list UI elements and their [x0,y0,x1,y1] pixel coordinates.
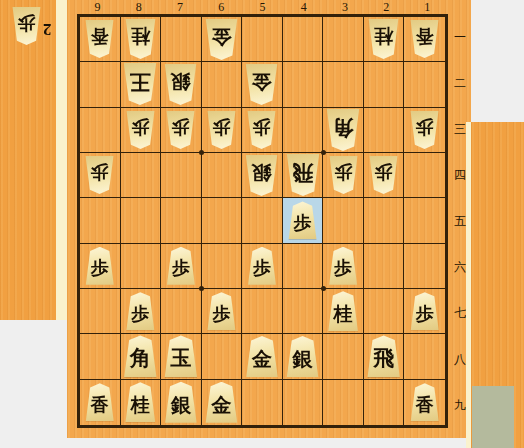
piece-sente-gold[interactable]: 金 [244,336,279,377]
square-9-6[interactable]: 歩 [80,244,121,289]
piece-kanji: 歩 [416,118,434,136]
square-5-8[interactable]: 金 [242,334,283,379]
piece-kanji: 角 [333,117,354,138]
piece-kanji: 香 [91,28,109,46]
square-1-1[interactable]: 香 [404,17,445,62]
square-1-8[interactable] [404,334,445,379]
piece-sente-lance[interactable]: 香 [84,383,115,421]
gote-hand-count: 2 [43,19,52,39]
square-9-7[interactable] [80,289,121,334]
square-2-7[interactable] [364,289,405,334]
square-1-9[interactable]: 香 [404,380,445,425]
square-4-5[interactable]: 歩 [283,198,324,243]
shogi-app-window: 987654321 一二三四五六七八九 香桂金桂香王銀金歩歩歩歩角歩歩銀飛歩歩歩… [0,0,524,448]
square-8-8[interactable]: 角 [121,334,162,379]
piece-kanji: 歩 [18,15,36,33]
piece-kanji: 歩 [131,305,149,323]
piece-sente-silver[interactable]: 銀 [163,382,198,423]
square-8-4[interactable] [121,153,162,198]
piece-kanji: 桂 [334,304,353,323]
piece-gote-lance[interactable]: 香 [409,20,440,58]
piece-sente-pawn[interactable]: 歩 [328,247,359,285]
square-7-1[interactable] [161,17,202,62]
square-7-7[interactable] [161,289,202,334]
square-3-6[interactable]: 歩 [323,244,364,289]
square-9-5[interactable] [80,198,121,243]
piece-kanji: 銀 [171,72,191,92]
rank-label-2: 二 [450,60,470,106]
square-7-9[interactable]: 銀 [161,380,202,425]
piece-gote-pawn[interactable]: 歩 [11,7,42,45]
piece-kanji: 歩 [334,259,352,277]
square-4-8[interactable]: 銀 [283,334,324,379]
square-3-5[interactable] [323,198,364,243]
square-1-2[interactable] [404,62,445,107]
piece-kanji: 角 [130,348,151,369]
piece-gote-pawn[interactable]: 歩 [328,156,359,194]
square-2-3[interactable] [364,108,405,153]
piece-kanji: 歩 [212,305,230,323]
square-5-1[interactable] [242,17,283,62]
square-2-4[interactable]: 歩 [364,153,405,198]
square-8-7[interactable]: 歩 [121,289,162,334]
piece-kanji: 歩 [375,164,393,182]
square-4-7[interactable] [283,289,324,334]
board-panel: 987654321 一二三四五六七八九 香桂金桂香王銀金歩歩歩歩角歩歩銀飛歩歩歩… [67,0,471,438]
square-4-4[interactable]: 飛 [283,153,324,198]
square-2-6[interactable] [364,244,405,289]
piece-kanji: 歩 [172,259,190,277]
piece-gote-lance[interactable]: 香 [84,20,115,58]
square-1-5[interactable] [404,198,445,243]
square-6-3[interactable]: 歩 [202,108,243,153]
piece-gote-pawn[interactable]: 歩 [165,111,196,149]
square-7-4[interactable] [161,153,202,198]
square-5-7[interactable] [242,289,283,334]
piece-kanji: 桂 [131,395,150,414]
piece-kanji: 歩 [172,118,190,136]
piece-sente-pawn[interactable]: 歩 [84,247,115,285]
square-6-5[interactable] [202,198,243,243]
piece-kanji: 銀 [171,395,191,415]
file-label-9: 9 [77,0,118,14]
piece-kanji: 王 [130,71,151,92]
square-8-1[interactable]: 桂 [121,17,162,62]
piece-kanji: 歩 [416,305,434,323]
file-label-8: 8 [118,0,159,14]
square-8-6[interactable] [121,244,162,289]
piece-sente-bishop[interactable]: 角 [122,335,158,377]
square-3-1[interactable] [323,17,364,62]
square-3-7[interactable]: 桂 [323,289,364,334]
square-7-3[interactable]: 歩 [161,108,202,153]
piece-sente-pawn[interactable]: 歩 [409,292,440,330]
file-labels: 987654321 [77,0,448,14]
piece-gote-pawn[interactable]: 歩 [368,156,399,194]
piece-sente-knight[interactable]: 桂 [124,382,157,422]
piece-kanji: 歩 [253,259,271,277]
piece-sente-pawn[interactable]: 歩 [206,292,237,330]
square-6-6[interactable] [202,244,243,289]
square-7-6[interactable]: 歩 [161,244,202,289]
square-7-5[interactable] [161,198,202,243]
piece-kanji: 歩 [294,214,312,232]
square-6-2[interactable] [202,62,243,107]
gote-hand-tray [0,0,56,320]
square-5-6[interactable]: 歩 [242,244,283,289]
piece-kanji: 金 [252,72,272,92]
piece-gote-bishop[interactable]: 角 [325,109,361,151]
square-5-9[interactable] [242,380,283,425]
square-7-8[interactable]: 玉 [161,334,202,379]
piece-kanji: 金 [211,27,231,47]
square-1-3[interactable]: 歩 [404,108,445,153]
rank-label-1: 一 [450,14,470,60]
square-8-2[interactable]: 王 [121,62,162,107]
piece-sente-pawn[interactable]: 歩 [287,201,318,239]
piece-gote-knight[interactable]: 桂 [124,19,157,59]
file-label-7: 7 [159,0,200,14]
square-6-9[interactable]: 金 [202,380,243,425]
piece-sente-rook[interactable]: 飛 [366,335,402,377]
square-1-6[interactable] [404,244,445,289]
piece-kanji: 飛 [292,162,313,183]
piece-kanji: 歩 [131,118,149,136]
piece-kanji: 香 [416,28,434,46]
square-4-6[interactable] [283,244,324,289]
square-8-5[interactable] [121,198,162,243]
piece-gote-knight[interactable]: 桂 [367,19,400,59]
piece-sente-gold[interactable]: 金 [204,382,239,423]
square-5-5[interactable] [242,198,283,243]
piece-gote-rook[interactable]: 飛 [285,154,321,196]
square-9-4[interactable]: 歩 [80,153,121,198]
piece-sente-pawn[interactable]: 歩 [246,247,277,285]
tray-corner-patch [472,386,514,448]
square-8-3[interactable]: 歩 [121,108,162,153]
square-6-8[interactable] [202,334,243,379]
file-label-3: 3 [324,0,365,14]
square-2-2[interactable] [364,62,405,107]
piece-kanji: 飛 [373,348,394,369]
square-8-9[interactable]: 桂 [121,380,162,425]
piece-kanji: 銀 [293,349,313,369]
piece-kanji: 桂 [131,27,150,46]
piece-sente-knight[interactable]: 桂 [327,291,360,331]
piece-kanji: 香 [91,396,109,414]
square-6-4[interactable] [202,153,243,198]
piece-kanji: 銀 [252,163,272,183]
piece-gote-pawn[interactable]: 歩 [246,111,277,149]
file-label-6: 6 [201,0,242,14]
square-2-5[interactable] [364,198,405,243]
square-1-4[interactable] [404,153,445,198]
piece-gote-silver[interactable]: 銀 [163,64,198,105]
square-9-3[interactable] [80,108,121,153]
piece-gote-pawn[interactable]: 歩 [125,111,156,149]
piece-sente-pawn[interactable]: 歩 [125,292,156,330]
square-9-2[interactable] [80,62,121,107]
piece-gote-king[interactable]: 王 [122,63,158,105]
piece-sente-silver[interactable]: 銀 [285,336,320,377]
square-4-9[interactable] [283,380,324,425]
square-4-1[interactable] [283,17,324,62]
square-9-8[interactable] [80,334,121,379]
piece-gote-pawn[interactable]: 歩 [206,111,237,149]
square-4-2[interactable] [283,62,324,107]
file-label-4: 4 [283,0,324,14]
piece-kanji: 桂 [374,27,393,46]
piece-kanji: 金 [252,349,272,369]
piece-sente-king[interactable]: 玉 [163,335,199,377]
gote-hand: 歩2 [11,7,52,45]
square-7-2[interactable]: 銀 [161,62,202,107]
square-9-1[interactable]: 香 [80,17,121,62]
square-3-3[interactable]: 角 [323,108,364,153]
left-tray-divider [56,0,67,320]
file-label-1: 1 [407,0,448,14]
piece-gote-gold[interactable]: 金 [244,64,279,105]
piece-kanji: 歩 [334,164,352,182]
piece-kanji: 歩 [212,118,230,136]
piece-kanji: 歩 [91,259,109,277]
piece-kanji: 玉 [170,348,191,369]
square-1-7[interactable]: 歩 [404,289,445,334]
square-5-3[interactable]: 歩 [242,108,283,153]
square-3-4[interactable]: 歩 [323,153,364,198]
square-5-4[interactable]: 銀 [242,153,283,198]
square-2-9[interactable] [364,380,405,425]
file-label-5: 5 [242,0,283,14]
file-label-2: 2 [366,0,407,14]
square-6-7[interactable]: 歩 [202,289,243,334]
piece-gote-pawn[interactable]: 歩 [84,156,115,194]
square-5-2[interactable]: 金 [242,62,283,107]
piece-sente-pawn[interactable]: 歩 [165,247,196,285]
piece-kanji: 歩 [91,164,109,182]
square-9-9[interactable]: 香 [80,380,121,425]
piece-sente-lance[interactable]: 香 [409,383,440,421]
square-4-3[interactable] [283,108,324,153]
piece-kanji: 香 [416,396,434,414]
square-2-1[interactable]: 桂 [364,17,405,62]
piece-gote-silver[interactable]: 銀 [244,155,279,196]
square-3-8[interactable] [323,334,364,379]
piece-kanji: 金 [211,395,231,415]
square-3-2[interactable] [323,62,364,107]
piece-gote-gold[interactable]: 金 [204,19,239,60]
square-2-8[interactable]: 飛 [364,334,405,379]
piece-kanji: 歩 [253,118,271,136]
piece-gote-pawn[interactable]: 歩 [409,111,440,149]
square-6-1[interactable]: 金 [202,17,243,62]
shogi-board[interactable]: 香桂金桂香王銀金歩歩歩歩角歩歩銀飛歩歩歩歩歩歩歩歩歩桂歩角玉金銀飛香桂銀金香 [77,14,448,428]
square-3-9[interactable] [323,380,364,425]
